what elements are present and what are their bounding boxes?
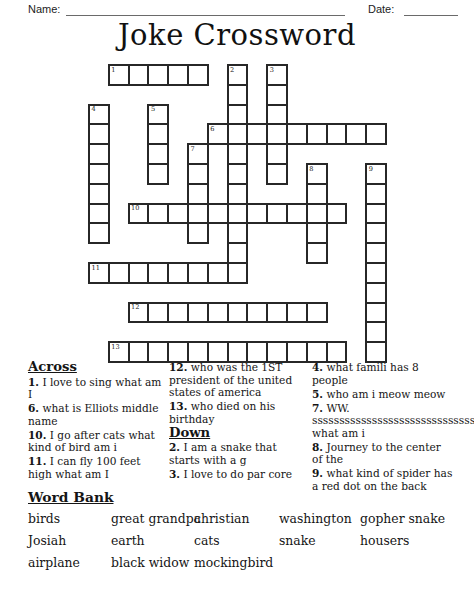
grid-cell[interactable]: [286, 302, 308, 324]
cell-number: 9: [369, 166, 373, 173]
grid-cell[interactable]: [167, 203, 189, 225]
grid-cell[interactable]: [306, 302, 328, 324]
grid-cell[interactable]: [365, 203, 387, 225]
grid-cell[interactable]: [128, 341, 150, 363]
grid-cell[interactable]: [108, 262, 130, 284]
grid-cell[interactable]: [306, 123, 328, 145]
clue-item: 13. who died on his birthday: [169, 400, 301, 425]
grid-cell[interactable]: [207, 302, 229, 324]
grid-cell[interactable]: [167, 262, 189, 284]
cell-number: 1: [111, 67, 115, 74]
grid-cell[interactable]: [306, 222, 328, 244]
grid-cell[interactable]: [147, 64, 169, 86]
clue-number: 12.: [169, 361, 187, 373]
grid-cell[interactable]: [227, 84, 249, 106]
word-bank-word: airplane: [28, 555, 80, 570]
grid-cell[interactable]: 9: [365, 163, 387, 185]
clue-item: 3. I love to do par core: [169, 468, 301, 481]
grid-cell[interactable]: [286, 341, 308, 363]
grid-cell[interactable]: [246, 302, 268, 324]
grid-cell[interactable]: 5: [147, 104, 169, 126]
word-bank-row: birdsgreat grandpachristianwashingtongop…: [28, 511, 468, 531]
grid-cell[interactable]: [167, 64, 189, 86]
word-bank-row: Josiahearthcatssnakehousers: [28, 533, 468, 553]
grid-cell[interactable]: [286, 123, 308, 145]
clues-column-middle: 12. who was the 1ST president of the uni…: [169, 361, 301, 482]
grid-cell[interactable]: [365, 183, 387, 205]
grid-cell[interactable]: [88, 183, 110, 205]
word-bank-word: christian: [194, 511, 249, 526]
grid-cell[interactable]: [365, 262, 387, 284]
word-bank-word: mockingbird: [194, 555, 273, 570]
clues-column-right: 4. what famili has 8 people5. who am i m…: [312, 361, 454, 494]
grid-cell[interactable]: 1: [108, 64, 130, 86]
grid-cell[interactable]: [266, 341, 288, 363]
clue-number: 1.: [28, 376, 39, 388]
grid-cell[interactable]: 13: [108, 341, 130, 363]
grid-cell[interactable]: [88, 123, 110, 145]
clue-item: 10. I go after cats what kind of bird am…: [28, 429, 162, 454]
clue-item: 4. what famili has 8 people: [312, 361, 454, 386]
grid-cell[interactable]: [365, 222, 387, 244]
grid-cell[interactable]: [187, 64, 209, 86]
grid-cell[interactable]: [365, 123, 387, 145]
grid-cell[interactable]: [326, 341, 348, 363]
clue-number: 5.: [312, 388, 323, 400]
grid-cell[interactable]: [147, 143, 169, 165]
grid-cell[interactable]: [306, 203, 328, 225]
cell-number: 5: [151, 106, 155, 113]
grid-cell[interactable]: [187, 262, 209, 284]
grid-cell[interactable]: [365, 341, 387, 363]
grid-cell[interactable]: [147, 302, 169, 324]
clue-number: 10.: [28, 429, 46, 441]
grid-cell[interactable]: [227, 163, 249, 185]
word-bank-word: black widow: [111, 555, 189, 570]
grid-cell[interactable]: [227, 302, 249, 324]
clue-number: 11.: [28, 455, 46, 467]
grid-cell[interactable]: 6: [207, 123, 229, 145]
cell-number: 8: [309, 166, 313, 173]
grid-cell[interactable]: [128, 64, 150, 86]
grid-cell[interactable]: [147, 262, 169, 284]
cell-number: 10: [131, 205, 139, 212]
name-label: Name:: [28, 3, 60, 15]
clue-number: 6.: [28, 402, 39, 414]
clue-item: 1. I love to sing what am I: [28, 376, 162, 401]
grid-cell[interactable]: 8: [306, 163, 328, 185]
grid-cell[interactable]: [128, 262, 150, 284]
grid-cell[interactable]: [266, 163, 288, 185]
grid-cell[interactable]: [207, 262, 229, 284]
grid-cell[interactable]: [147, 203, 169, 225]
word-bank-word: gopher snake: [360, 511, 445, 526]
cell-number: 3: [270, 67, 274, 74]
word-bank-word: cats: [194, 533, 220, 548]
word-bank-word: washington: [279, 511, 352, 526]
grid-cell[interactable]: [88, 163, 110, 185]
clue-item: 2. I am a snake that starts with a g: [169, 441, 301, 466]
grid-cell[interactable]: [227, 104, 249, 126]
grid-cell[interactable]: [365, 302, 387, 324]
clue-number: 2.: [169, 441, 180, 453]
clue-number: 9.: [312, 467, 323, 479]
grid-cell[interactable]: [266, 123, 288, 145]
crossword-grid: 12345678910111213: [88, 64, 386, 362]
word-bank: Word Bank birdsgreat grandpachristianwas…: [28, 489, 468, 579]
grid-cell[interactable]: [167, 341, 189, 363]
clue-item: 7. WW. sssssssssssssssssssssssssssssssss…: [312, 402, 454, 440]
clue-number: 7.: [312, 402, 323, 414]
grid-cell[interactable]: [326, 203, 348, 225]
grid-cell[interactable]: [207, 203, 229, 225]
word-bank-word: great grandpa: [111, 511, 201, 526]
grid-cell[interactable]: [187, 341, 209, 363]
grid-cell[interactable]: [246, 203, 268, 225]
grid-cell[interactable]: [227, 143, 249, 165]
grid-cell[interactable]: [306, 242, 328, 264]
grid-cell[interactable]: [167, 302, 189, 324]
grid-cell[interactable]: [227, 183, 249, 205]
grid-cell[interactable]: 2: [227, 64, 249, 86]
grid-cell[interactable]: 10: [128, 203, 150, 225]
grid-cell[interactable]: [187, 222, 209, 244]
clue-number: 3.: [169, 468, 180, 480]
grid-cell[interactable]: [266, 104, 288, 126]
grid-cell[interactable]: 12: [128, 302, 150, 324]
word-bank-word: Josiah: [28, 533, 66, 548]
grid-cell[interactable]: [207, 341, 229, 363]
grid-cell[interactable]: [246, 123, 268, 145]
grid-cell[interactable]: [306, 341, 328, 363]
grid-cell[interactable]: [227, 222, 249, 244]
grid-cell[interactable]: [266, 203, 288, 225]
date-label: Date:: [368, 3, 394, 15]
grid-cell[interactable]: [147, 123, 169, 145]
clue-item: 6. what is Elliots middle name: [28, 402, 162, 427]
crossword-worksheet: { "game": "crossword", "title": "Joke Cr…: [0, 0, 474, 613]
grid-cell[interactable]: [266, 84, 288, 106]
grid-cell[interactable]: [147, 341, 169, 363]
grid-cell[interactable]: [187, 183, 209, 205]
grid-cell[interactable]: [147, 163, 169, 185]
grid-cell[interactable]: 11: [88, 262, 110, 284]
clue-item: 5. who am i meow meow: [312, 388, 454, 401]
word-bank-word: housers: [360, 533, 409, 548]
cell-number: 7: [191, 146, 195, 153]
cell-number: 12: [131, 304, 139, 311]
worksheet-header: Name: Date:: [0, 3, 474, 17]
grid-cell[interactable]: [227, 262, 249, 284]
cell-number: 11: [92, 265, 100, 272]
grid-cell[interactable]: [227, 242, 249, 264]
grid-cell[interactable]: [88, 143, 110, 165]
grid-cell[interactable]: [266, 143, 288, 165]
word-bank-row: airplaneblack widowmockingbird: [28, 555, 468, 575]
grid-cell[interactable]: [365, 282, 387, 304]
grid-cell[interactable]: [326, 123, 348, 145]
cell-number: 4: [92, 106, 96, 113]
word-bank-word: earth: [111, 533, 145, 548]
grid-cell[interactable]: [227, 203, 249, 225]
grid-cell[interactable]: [88, 203, 110, 225]
date-fill-line[interactable]: [404, 15, 458, 16]
clue-number: 8.: [312, 441, 323, 453]
cell-number: 13: [111, 344, 119, 351]
grid-cell[interactable]: [246, 341, 268, 363]
across-header: Across: [28, 361, 162, 374]
clue-number: 13.: [169, 400, 187, 412]
cell-number: 2: [230, 67, 234, 74]
clue-item: 11. I can fly 100 feet high what am I: [28, 455, 162, 480]
clue-number: 4.: [312, 361, 323, 373]
grid-cell[interactable]: [88, 222, 110, 244]
grid-cell[interactable]: [227, 123, 249, 145]
clue-item: 8. Journey to the center of the: [312, 441, 454, 466]
name-fill-line[interactable]: [66, 15, 345, 16]
grid-cell[interactable]: [187, 302, 209, 324]
grid-cell[interactable]: [365, 242, 387, 264]
word-bank-header: Word Bank: [28, 489, 468, 505]
word-bank-word: snake: [279, 533, 316, 548]
word-bank-word: birds: [28, 511, 60, 526]
down-header: Down: [169, 427, 301, 440]
grid-cell[interactable]: [187, 163, 209, 185]
clue-item: 12. who was the 1ST president of the uni…: [169, 361, 301, 399]
grid-cell[interactable]: [345, 123, 367, 145]
grid-cell[interactable]: 4: [88, 104, 110, 126]
grid-cell[interactable]: [365, 321, 387, 343]
grid-cell[interactable]: [286, 203, 308, 225]
grid-cell[interactable]: 3: [266, 64, 288, 86]
grid-cell[interactable]: [187, 203, 209, 225]
grid-cell[interactable]: [266, 302, 288, 324]
cell-number: 6: [210, 126, 214, 133]
grid-cell[interactable]: [227, 341, 249, 363]
clues-column-left: Across1. I love to sing what am I6. what…: [28, 361, 162, 482]
grid-cell[interactable]: [306, 183, 328, 205]
page-title: Joke Crossword: [0, 18, 474, 52]
grid-cell[interactable]: 7: [187, 143, 209, 165]
